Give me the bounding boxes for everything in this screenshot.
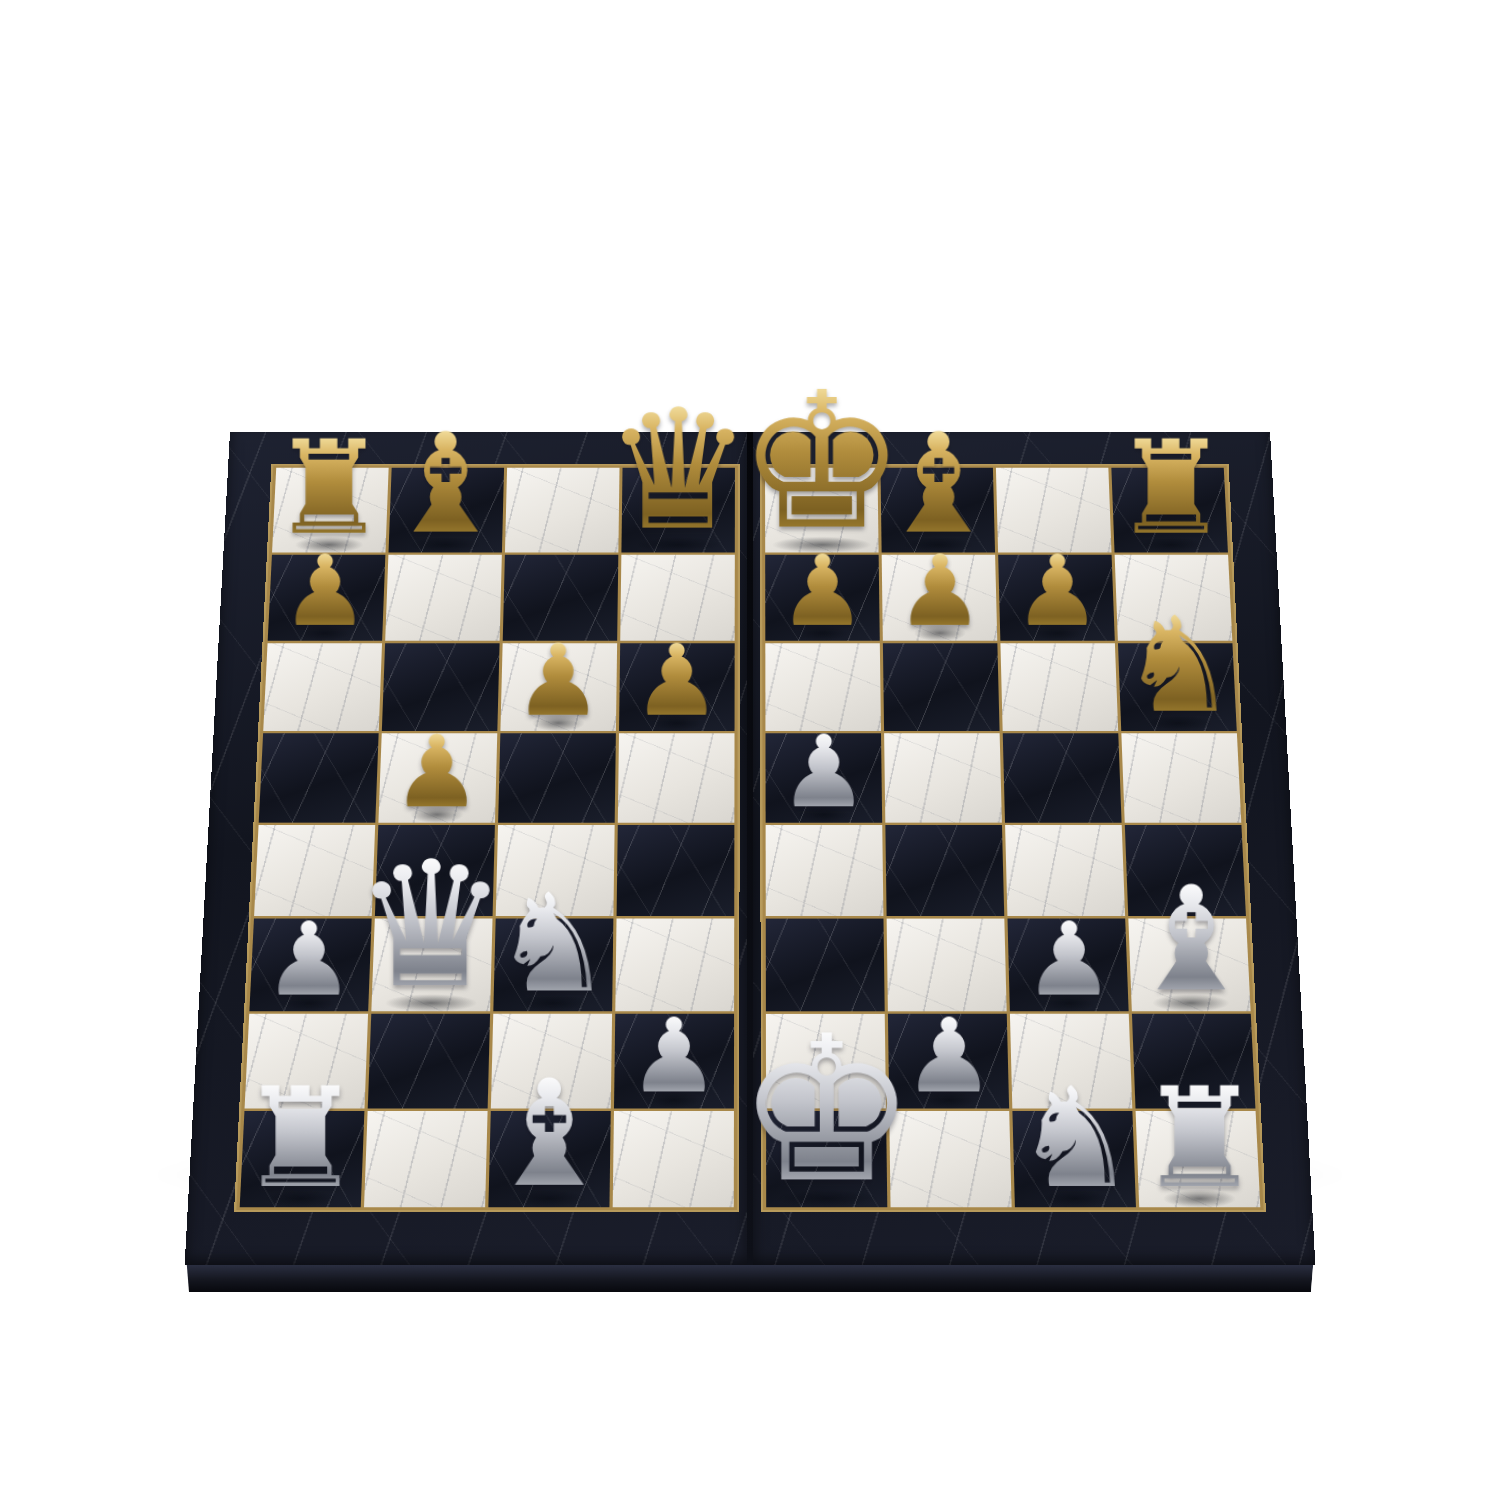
board-half-right-squares: ♚♝♜♟♟♟♞♟♟♝♟♚♞♜ [760,464,1266,1212]
silver-pawn[interactable]: ♟ [903,1009,995,1104]
gold-pawn[interactable]: ♟ [392,726,482,818]
gold-bishop[interactable]: ♝ [877,421,1000,548]
gold-knight[interactable]: ♞ [1120,605,1238,726]
silver-knight[interactable]: ♞ [1013,1075,1137,1202]
silver-pawn[interactable]: ♟ [1023,913,1114,1007]
square-f6[interactable] [883,643,1000,731]
square-a5[interactable] [259,733,379,822]
silver-pawn[interactable]: ♟ [628,1009,720,1104]
gold-rook[interactable]: ♜ [271,429,387,548]
gold-queen[interactable]: ♛ [604,395,753,548]
square-b3[interactable]: ♛ [371,919,492,1012]
silver-bishop[interactable]: ♝ [483,1067,615,1202]
square-b5[interactable]: ♟ [378,733,497,822]
silver-queen[interactable]: ♛ [353,846,509,1006]
square-c5[interactable] [498,733,616,822]
square-h1[interactable]: ♜ [1136,1111,1261,1207]
gold-rook[interactable]: ♜ [1113,429,1229,548]
square-b7[interactable] [385,555,502,641]
square-b2[interactable] [368,1014,490,1109]
silver-knight[interactable]: ♞ [492,881,614,1006]
silver-rook[interactable]: ♜ [238,1075,362,1202]
silver-bishop[interactable]: ♝ [1126,874,1255,1007]
square-e5[interactable]: ♟ [765,733,882,822]
square-h3[interactable]: ♝ [1128,919,1250,1012]
square-a6[interactable] [263,643,382,731]
square-a1[interactable]: ♜ [240,1111,365,1207]
square-d2[interactable]: ♟ [614,1014,734,1109]
silver-rook[interactable]: ♜ [1138,1075,1262,1202]
square-e1[interactable]: ♚ [766,1111,887,1207]
silver-king[interactable]: ♚ [737,1017,917,1202]
gold-pawn[interactable]: ♟ [1013,546,1101,636]
silver-pawn[interactable]: ♟ [263,913,354,1007]
gold-pawn[interactable]: ♟ [896,546,984,636]
silver-pawn[interactable]: ♟ [779,726,869,818]
square-f7[interactable]: ♟ [882,555,998,641]
square-a7[interactable]: ♟ [268,555,386,641]
product-photo: ♜♝♛♟♟♟♟♟♛♞♟♜♝ ♚♝♜♟♟♟♞♟♟♝♟♚♞♜ [0,0,1500,1500]
square-g6[interactable] [1000,643,1118,731]
square-d6[interactable]: ♟ [619,643,735,731]
square-e7[interactable]: ♟ [765,555,880,641]
square-d8[interactable]: ♛ [621,468,735,553]
board-front-edge [187,1265,1313,1292]
chessboard: ♜♝♛♟♟♟♟♟♛♞♟♜♝ ♚♝♜♟♟♟♞♟♟♝♟♚♞♜ [185,432,1316,1265]
square-c3[interactable]: ♞ [493,919,613,1012]
square-c1[interactable]: ♝ [488,1111,610,1207]
square-h5[interactable] [1121,733,1241,822]
square-c6[interactable]: ♟ [500,643,617,731]
square-g3[interactable]: ♟ [1007,919,1128,1012]
square-f4[interactable] [885,825,1004,916]
square-d1[interactable] [613,1111,734,1207]
square-h6[interactable]: ♞ [1118,643,1237,731]
gold-bishop[interactable]: ♝ [384,421,507,548]
gold-pawn[interactable]: ♟ [632,635,721,726]
square-g1[interactable]: ♞ [1012,1111,1136,1207]
square-d4[interactable] [617,825,735,916]
board-half-right: ♚♝♜♟♟♟♞♟♟♝♟♚♞♜ [753,432,1315,1265]
gold-pawn[interactable]: ♟ [779,546,867,636]
gold-pawn[interactable]: ♟ [514,635,603,726]
square-b1[interactable] [364,1111,488,1207]
square-c8[interactable] [505,468,620,553]
gold-pawn[interactable]: ♟ [281,546,369,636]
square-h8[interactable]: ♜ [1111,468,1228,553]
square-g7[interactable]: ♟ [998,555,1115,641]
square-e4[interactable] [766,825,884,916]
board-half-left: ♜♝♛♟♟♟♟♟♛♞♟♜♝ [185,432,747,1265]
square-a3[interactable]: ♟ [249,919,371,1012]
square-f5[interactable] [884,733,1002,822]
square-g5[interactable] [1003,733,1122,822]
board-half-left-squares: ♜♝♛♟♟♟♟♟♛♞♟♜♝ [234,464,740,1212]
square-b8[interactable]: ♝ [388,468,504,553]
square-d5[interactable] [618,733,735,822]
